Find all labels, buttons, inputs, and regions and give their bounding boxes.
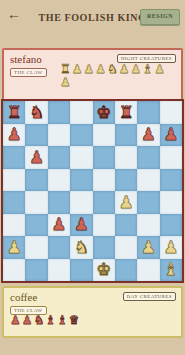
square-e4[interactable] (93, 191, 115, 214)
red-pawn-piece[interactable]: ♟ (74, 216, 89, 233)
captured-yellow-pawn: ♟ (72, 63, 83, 75)
square-b2[interactable] (25, 236, 47, 259)
square-b4[interactable] (25, 191, 47, 214)
square-h4[interactable] (160, 191, 182, 214)
square-f3[interactable] (115, 214, 137, 237)
square-f8[interactable]: ♜ (115, 101, 137, 124)
square-g5[interactable] (137, 169, 159, 192)
square-c5[interactable] (48, 169, 70, 192)
red-knight-piece[interactable]: ♞ (29, 104, 44, 121)
square-g7[interactable]: ♟ (137, 124, 159, 147)
captured-yellow-pawn: ♟ (154, 63, 165, 75)
yellow-pawn-piece[interactable]: ♟ (163, 239, 178, 256)
square-b8[interactable]: ♞ (25, 101, 47, 124)
top-player-name: stefano (10, 53, 42, 65)
square-d5[interactable] (70, 169, 92, 192)
square-a3[interactable] (3, 214, 25, 237)
bottom-captured-tray-row1: ♟♟♞♝♝♛ (10, 314, 80, 326)
red-pawn-piece[interactable]: ♟ (7, 126, 22, 143)
square-e5[interactable] (93, 169, 115, 192)
red-king-piece[interactable]: ♚ (96, 104, 111, 121)
resign-button[interactable]: RESIGN (140, 9, 180, 25)
square-c4[interactable] (48, 191, 70, 214)
square-d3[interactable]: ♟ (70, 214, 92, 237)
square-d6[interactable] (70, 146, 92, 169)
square-b1[interactable] (25, 259, 47, 282)
red-pawn-piece[interactable]: ♟ (163, 126, 178, 143)
bottom-player-side-badge: DAY CREATURES (123, 292, 176, 301)
top-player-clan-badge: THE CLAW (10, 68, 47, 77)
red-pawn-piece[interactable]: ♟ (141, 126, 156, 143)
square-f1[interactable] (115, 259, 137, 282)
square-e8[interactable]: ♚ (93, 101, 115, 124)
square-g4[interactable] (137, 191, 159, 214)
square-b7[interactable] (25, 124, 47, 147)
chess-board: ♜♞♚♜♟♟♟♟♟♟♟♟♞♟♟♚♝ (1, 99, 184, 283)
yellow-pawn-piece[interactable]: ♟ (141, 239, 156, 256)
captured-yellow-pawn: ♟ (60, 76, 71, 88)
square-d1[interactable] (70, 259, 92, 282)
square-e3[interactable] (93, 214, 115, 237)
square-c7[interactable] (48, 124, 70, 147)
square-c2[interactable] (48, 236, 70, 259)
square-c6[interactable] (48, 146, 70, 169)
red-rook-piece[interactable]: ♜ (7, 104, 22, 121)
square-d8[interactable] (70, 101, 92, 124)
square-g8[interactable] (137, 101, 159, 124)
top-bar: ← THE FOOLISH KING RESIGN (0, 0, 185, 34)
yellow-king-piece[interactable]: ♚ (96, 261, 111, 278)
yellow-pawn-piece[interactable]: ♟ (7, 239, 22, 256)
captured-yellow-bishop: ♝ (142, 63, 153, 75)
square-e2[interactable] (93, 236, 115, 259)
captured-yellow-pawn: ♟ (131, 63, 142, 75)
yellow-bishop-piece[interactable]: ♝ (163, 261, 178, 278)
captured-red-knight: ♞ (34, 314, 45, 326)
captured-yellow-rook: ♜ (60, 63, 71, 75)
captured-red-bishop: ♝ (45, 314, 56, 326)
red-pawn-piece[interactable]: ♟ (51, 216, 66, 233)
square-h6[interactable] (160, 146, 182, 169)
square-g2[interactable]: ♟ (137, 236, 159, 259)
square-b5[interactable] (25, 169, 47, 192)
square-h7[interactable]: ♟ (160, 124, 182, 147)
top-player-panel: stefano THE CLAW NIGHT CREATURES ♜♟♟♟♞♟♟… (2, 48, 183, 101)
square-g1[interactable] (137, 259, 159, 282)
captured-red-pawn: ♟ (22, 314, 33, 326)
square-h2[interactable]: ♟ (160, 236, 182, 259)
square-f6[interactable] (115, 146, 137, 169)
square-a6[interactable] (3, 146, 25, 169)
red-pawn-piece[interactable]: ♟ (29, 149, 44, 166)
square-a2[interactable]: ♟ (3, 236, 25, 259)
yellow-pawn-piece[interactable]: ♟ (118, 194, 133, 211)
square-c1[interactable] (48, 259, 70, 282)
captured-red-bishop: ♝ (57, 314, 68, 326)
captured-red-pawn: ♟ (10, 314, 21, 326)
square-h5[interactable] (160, 169, 182, 192)
square-g6[interactable] (137, 146, 159, 169)
square-a4[interactable] (3, 191, 25, 214)
square-c3[interactable]: ♟ (48, 214, 70, 237)
square-g3[interactable] (137, 214, 159, 237)
square-a5[interactable] (3, 169, 25, 192)
square-e1[interactable]: ♚ (93, 259, 115, 282)
square-a8[interactable]: ♜ (3, 101, 25, 124)
square-b6[interactable]: ♟ (25, 146, 47, 169)
captured-yellow-pawn: ♟ (84, 63, 95, 75)
captured-yellow-pawn: ♟ (95, 63, 106, 75)
bottom-player-name: coffee (10, 291, 37, 303)
square-f7[interactable] (115, 124, 137, 147)
bottom-player-panel: coffee THE CLAW DAY CREATURES ♟♟♞♝♝♛ (2, 286, 183, 338)
yellow-knight-piece[interactable]: ♞ (74, 239, 89, 256)
square-d4[interactable] (70, 191, 92, 214)
square-h8[interactable] (160, 101, 182, 124)
square-a7[interactable]: ♟ (3, 124, 25, 147)
app-root: ← THE FOOLISH KING RESIGN stefano THE CL… (0, 0, 185, 355)
captured-yellow-pawn: ♟ (119, 63, 130, 75)
square-e6[interactable] (93, 146, 115, 169)
square-e7[interactable] (93, 124, 115, 147)
red-rook-piece[interactable]: ♜ (118, 104, 133, 121)
top-captured-tray-row2: ♟ (60, 76, 71, 88)
square-d2[interactable]: ♞ (70, 236, 92, 259)
square-h3[interactable] (160, 214, 182, 237)
square-b3[interactable] (25, 214, 47, 237)
square-a1[interactable] (3, 259, 25, 282)
square-f5[interactable] (115, 169, 137, 192)
square-d7[interactable] (70, 124, 92, 147)
square-c8[interactable] (48, 101, 70, 124)
square-f2[interactable] (115, 236, 137, 259)
square-h1[interactable]: ♝ (160, 259, 182, 282)
captured-yellow-knight: ♞ (107, 63, 118, 75)
captured-red-queen: ♛ (69, 314, 80, 326)
top-captured-tray-row1: ♜♟♟♟♞♟♟♝♟ (60, 63, 165, 75)
square-f4[interactable]: ♟ (115, 191, 137, 214)
